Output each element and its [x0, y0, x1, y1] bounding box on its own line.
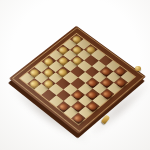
brass-hinge [135, 66, 141, 71]
playing-area [19, 33, 136, 126]
product-photo-stage [0, 0, 150, 150]
checkers-board [9, 26, 146, 134]
board-scene [29, 29, 126, 126]
